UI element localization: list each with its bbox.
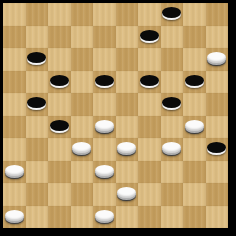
square-17[interactable]	[48, 71, 71, 94]
square-30[interactable]	[183, 116, 206, 139]
light-square[interactable]	[206, 71, 229, 94]
square-23[interactable]	[116, 93, 139, 116]
square-5[interactable]	[206, 3, 229, 26]
light-square[interactable]	[3, 48, 26, 71]
square-37[interactable]	[48, 161, 71, 184]
light-square[interactable]	[3, 3, 26, 26]
light-square[interactable]	[93, 183, 116, 206]
light-square[interactable]	[116, 206, 139, 229]
light-square[interactable]	[116, 71, 139, 94]
white-man-piece[interactable]	[72, 142, 91, 153]
square-38[interactable]	[93, 161, 116, 184]
light-square[interactable]	[138, 183, 161, 206]
square-34[interactable]	[161, 138, 184, 161]
square-26[interactable]	[3, 116, 26, 139]
light-square[interactable]	[93, 93, 116, 116]
black-man-piece[interactable]	[162, 97, 181, 108]
square-10[interactable]	[183, 26, 206, 49]
white-man-piece[interactable]	[95, 210, 114, 221]
square-40[interactable]	[183, 161, 206, 184]
square-4[interactable]	[161, 3, 184, 26]
white-man-piece[interactable]	[5, 165, 24, 176]
square-44[interactable]	[161, 183, 184, 206]
square-46[interactable]	[3, 206, 26, 229]
black-man-piece[interactable]	[140, 30, 159, 41]
square-27[interactable]	[48, 116, 71, 139]
square-13[interactable]	[116, 48, 139, 71]
white-man-piece[interactable]	[95, 165, 114, 176]
light-square[interactable]	[3, 183, 26, 206]
light-square[interactable]	[3, 93, 26, 116]
white-man-piece[interactable]	[185, 120, 204, 131]
white-man-piece[interactable]	[117, 187, 136, 198]
light-square[interactable]	[183, 183, 206, 206]
white-man-piece[interactable]	[95, 120, 114, 131]
light-square[interactable]	[26, 71, 49, 94]
light-square[interactable]	[71, 161, 94, 184]
light-square[interactable]	[138, 93, 161, 116]
light-square[interactable]	[48, 48, 71, 71]
light-square[interactable]	[206, 206, 229, 229]
light-square[interactable]	[48, 3, 71, 26]
light-square[interactable]	[71, 26, 94, 49]
light-square[interactable]	[71, 116, 94, 139]
white-man-piece[interactable]	[5, 210, 24, 221]
light-square[interactable]	[116, 116, 139, 139]
square-47[interactable]	[48, 206, 71, 229]
light-square[interactable]	[161, 161, 184, 184]
square-31[interactable]	[26, 138, 49, 161]
square-8[interactable]	[93, 26, 116, 49]
square-12[interactable]	[71, 48, 94, 71]
black-man-piece[interactable]	[27, 52, 46, 63]
square-41[interactable]	[26, 183, 49, 206]
light-square[interactable]	[48, 93, 71, 116]
square-18[interactable]	[93, 71, 116, 94]
black-man-piece[interactable]	[162, 7, 181, 18]
square-43[interactable]	[116, 183, 139, 206]
square-28[interactable]	[93, 116, 116, 139]
light-square[interactable]	[93, 3, 116, 26]
square-7[interactable]	[48, 26, 71, 49]
square-35[interactable]	[206, 138, 229, 161]
black-man-piece[interactable]	[50, 75, 69, 86]
black-man-piece[interactable]	[95, 75, 114, 86]
light-square[interactable]	[183, 3, 206, 26]
square-11[interactable]	[26, 48, 49, 71]
square-25[interactable]	[206, 93, 229, 116]
black-man-piece[interactable]	[50, 120, 69, 131]
square-48[interactable]	[93, 206, 116, 229]
light-square[interactable]	[3, 138, 26, 161]
square-49[interactable]	[138, 206, 161, 229]
white-man-piece[interactable]	[162, 142, 181, 153]
square-39[interactable]	[138, 161, 161, 184]
light-square[interactable]	[161, 71, 184, 94]
light-square[interactable]	[138, 48, 161, 71]
square-21[interactable]	[26, 93, 49, 116]
square-1[interactable]	[26, 3, 49, 26]
square-19[interactable]	[138, 71, 161, 94]
light-square[interactable]	[26, 26, 49, 49]
light-square[interactable]	[71, 206, 94, 229]
square-20[interactable]	[183, 71, 206, 94]
square-3[interactable]	[116, 3, 139, 26]
square-33[interactable]	[116, 138, 139, 161]
square-50[interactable]	[183, 206, 206, 229]
light-square[interactable]	[93, 138, 116, 161]
light-square[interactable]	[161, 206, 184, 229]
light-square[interactable]	[116, 26, 139, 49]
square-29[interactable]	[138, 116, 161, 139]
square-32[interactable]	[71, 138, 94, 161]
square-6[interactable]	[3, 26, 26, 49]
light-square[interactable]	[48, 183, 71, 206]
light-square[interactable]	[26, 206, 49, 229]
light-square[interactable]	[26, 161, 49, 184]
light-square[interactable]	[206, 116, 229, 139]
light-square[interactable]	[48, 138, 71, 161]
light-square[interactable]	[206, 26, 229, 49]
square-45[interactable]	[206, 183, 229, 206]
square-2[interactable]	[71, 3, 94, 26]
light-square[interactable]	[71, 71, 94, 94]
black-man-piece[interactable]	[27, 97, 46, 108]
square-16[interactable]	[3, 71, 26, 94]
light-square[interactable]	[183, 138, 206, 161]
light-square[interactable]	[116, 161, 139, 184]
light-square[interactable]	[26, 116, 49, 139]
square-14[interactable]	[161, 48, 184, 71]
light-square[interactable]	[161, 116, 184, 139]
black-man-piece[interactable]	[140, 75, 159, 86]
light-square[interactable]	[161, 26, 184, 49]
white-man-piece[interactable]	[117, 142, 136, 153]
light-square[interactable]	[138, 138, 161, 161]
square-15[interactable]	[206, 48, 229, 71]
square-24[interactable]	[161, 93, 184, 116]
square-42[interactable]	[71, 183, 94, 206]
light-square[interactable]	[93, 48, 116, 71]
black-man-piece[interactable]	[207, 142, 226, 153]
square-36[interactable]	[3, 161, 26, 184]
white-man-piece[interactable]	[207, 52, 226, 63]
light-square[interactable]	[183, 93, 206, 116]
light-square[interactable]	[183, 48, 206, 71]
board-frame	[0, 0, 236, 236]
light-square[interactable]	[138, 3, 161, 26]
light-square[interactable]	[206, 161, 229, 184]
draughts-board	[3, 3, 228, 228]
square-22[interactable]	[71, 93, 94, 116]
square-9[interactable]	[138, 26, 161, 49]
black-man-piece[interactable]	[185, 75, 204, 86]
